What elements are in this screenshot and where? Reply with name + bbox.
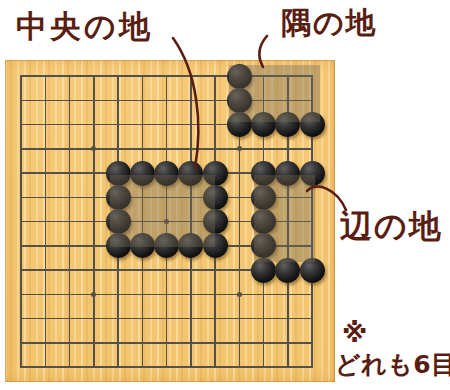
territory-shade-center [110, 175, 215, 247]
go-board [5, 60, 335, 382]
territory-shade-corner [229, 65, 320, 122]
grid-line-horizontal [20, 342, 313, 344]
label-corner-territory: 隅の地 [281, 8, 378, 38]
label-edge-territory: 辺の地 [340, 210, 443, 242]
star-point [91, 292, 96, 297]
star-point [91, 146, 96, 151]
grid-line-horizontal [20, 294, 313, 296]
note-text: どれも6目 [335, 352, 450, 377]
note-mark: ※ [342, 320, 367, 346]
star-point [237, 292, 242, 297]
grid-line-horizontal [20, 366, 313, 368]
territory-shade-edge [254, 175, 315, 262]
grid-line-horizontal [20, 318, 313, 320]
go-territory-diagram: 中央の地 隅の地 辺の地 ※ どれも6目 [0, 0, 450, 390]
label-center-territory: 中央の地 [16, 11, 153, 42]
star-point [237, 146, 242, 151]
